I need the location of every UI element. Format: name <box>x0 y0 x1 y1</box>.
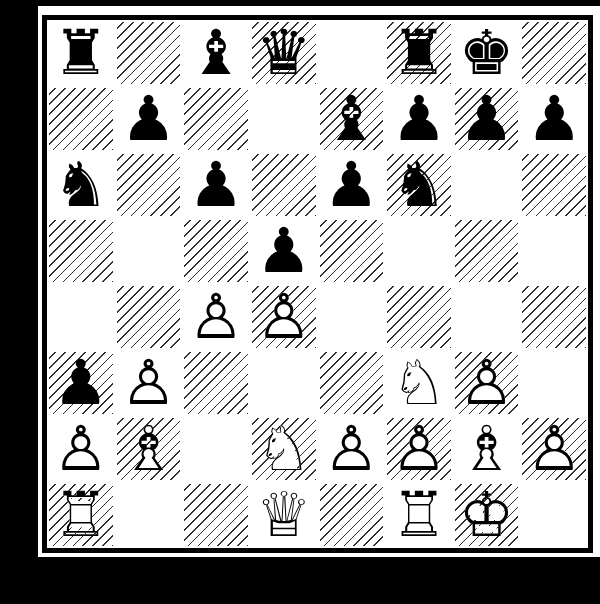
piece-white-pawn-f2[interactable]: ♙ <box>391 416 447 482</box>
square-d8[interactable]: ♛ <box>250 20 318 86</box>
piece-black-knight-a6[interactable]: ♞ <box>53 152 109 218</box>
square-h2[interactable]: ♟♙ <box>520 416 588 482</box>
square-e8[interactable] <box>318 20 386 86</box>
square-e2[interactable]: ♟♙ <box>318 416 386 482</box>
piece-white-queen-d1[interactable]: ♕ <box>256 482 312 548</box>
square-b8[interactable] <box>115 20 183 86</box>
square-g8[interactable]: ♚ <box>453 20 521 86</box>
piece-black-rook-a8[interactable]: ♜ <box>53 20 109 86</box>
square-h1[interactable] <box>520 482 588 548</box>
square-a7[interactable] <box>47 86 115 152</box>
square-e6[interactable]: ♟ <box>318 152 386 218</box>
square-c5[interactable] <box>182 218 250 284</box>
piece-white-pawn-d4[interactable]: ♙ <box>256 284 312 350</box>
piece-white-pawn-a2[interactable]: ♙ <box>53 416 109 482</box>
square-a1[interactable]: ♜♖ <box>47 482 115 548</box>
square-c2[interactable] <box>182 416 250 482</box>
square-c3[interactable] <box>182 350 250 416</box>
square-f8[interactable]: ♜ <box>385 20 453 86</box>
square-g2[interactable]: ♝♗ <box>453 416 521 482</box>
square-h6[interactable] <box>520 152 588 218</box>
piece-white-knight-d2[interactable]: ♘ <box>256 416 312 482</box>
board-frame: ♜♝♛♜♚♟♝♟♟♟♞♟♟♞♟♟♙♟♙♟♟♙♞♘♟♙♟♙♝♗♞♘♟♙♟♙♝♗♟♙… <box>42 15 593 553</box>
square-g6[interactable] <box>453 152 521 218</box>
square-b6[interactable] <box>115 152 183 218</box>
piece-white-pawn-h2[interactable]: ♙ <box>526 416 582 482</box>
square-h3[interactable] <box>520 350 588 416</box>
piece-white-rook-a1[interactable]: ♖ <box>53 482 109 548</box>
piece-white-bishop-b2[interactable]: ♗ <box>121 416 177 482</box>
piece-black-bishop-c8[interactable]: ♝ <box>188 20 244 86</box>
square-f4[interactable] <box>385 284 453 350</box>
square-f6[interactable]: ♞ <box>385 152 453 218</box>
square-a6[interactable]: ♞ <box>47 152 115 218</box>
piece-white-king-g1[interactable]: ♔ <box>459 482 515 548</box>
square-g3[interactable]: ♟♙ <box>453 350 521 416</box>
square-b5[interactable] <box>115 218 183 284</box>
square-f7[interactable]: ♟ <box>385 86 453 152</box>
square-f3[interactable]: ♞♘ <box>385 350 453 416</box>
square-c1[interactable] <box>182 482 250 548</box>
piece-black-pawn-a3[interactable]: ♟ <box>53 350 109 416</box>
square-h8[interactable] <box>520 20 588 86</box>
square-c6[interactable]: ♟ <box>182 152 250 218</box>
piece-black-pawn-d5[interactable]: ♟ <box>256 218 312 284</box>
square-c7[interactable] <box>182 86 250 152</box>
square-a2[interactable]: ♟♙ <box>47 416 115 482</box>
piece-white-pawn-e2[interactable]: ♙ <box>324 416 380 482</box>
square-f2[interactable]: ♟♙ <box>385 416 453 482</box>
piece-black-rook-f8[interactable]: ♜ <box>391 20 447 86</box>
chess-board[interactable]: ♜♝♛♜♚♟♝♟♟♟♞♟♟♞♟♟♙♟♙♟♟♙♞♘♟♙♟♙♝♗♞♘♟♙♟♙♝♗♟♙… <box>47 20 588 548</box>
square-g7[interactable]: ♟ <box>453 86 521 152</box>
piece-white-bishop-g2[interactable]: ♗ <box>459 416 515 482</box>
piece-black-queen-d8[interactable]: ♛ <box>256 20 312 86</box>
square-e7[interactable]: ♝ <box>318 86 386 152</box>
square-b3[interactable]: ♟♙ <box>115 350 183 416</box>
square-g1[interactable]: ♚♔ <box>453 482 521 548</box>
square-d5[interactable]: ♟ <box>250 218 318 284</box>
piece-black-knight-f6[interactable]: ♞ <box>391 152 447 218</box>
square-d2[interactable]: ♞♘ <box>250 416 318 482</box>
piece-white-knight-f3[interactable]: ♘ <box>391 350 447 416</box>
square-a3[interactable]: ♟ <box>47 350 115 416</box>
square-g5[interactable] <box>453 218 521 284</box>
page-background: ♜♝♛♜♚♟♝♟♟♟♞♟♟♞♟♟♙♟♙♟♟♙♞♘♟♙♟♙♝♗♞♘♟♙♟♙♝♗♟♙… <box>0 0 600 604</box>
square-b7[interactable]: ♟ <box>115 86 183 152</box>
square-d4[interactable]: ♟♙ <box>250 284 318 350</box>
piece-black-king-g8[interactable]: ♚ <box>459 20 515 86</box>
square-h4[interactable] <box>520 284 588 350</box>
square-d1[interactable]: ♛♕ <box>250 482 318 548</box>
piece-black-pawn-h7[interactable]: ♟ <box>526 86 582 152</box>
piece-black-pawn-e6[interactable]: ♟ <box>324 152 380 218</box>
square-f5[interactable] <box>385 218 453 284</box>
piece-black-bishop-e7[interactable]: ♝ <box>324 86 380 152</box>
square-d6[interactable] <box>250 152 318 218</box>
piece-black-pawn-b7[interactable]: ♟ <box>121 86 177 152</box>
square-e1[interactable] <box>318 482 386 548</box>
square-e5[interactable] <box>318 218 386 284</box>
piece-white-pawn-g3[interactable]: ♙ <box>459 350 515 416</box>
board-panel: ♜♝♛♜♚♟♝♟♟♟♞♟♟♞♟♟♙♟♙♟♟♙♞♘♟♙♟♙♝♗♞♘♟♙♟♙♝♗♟♙… <box>38 6 600 557</box>
square-a8[interactable]: ♜ <box>47 20 115 86</box>
square-c4[interactable]: ♟♙ <box>182 284 250 350</box>
piece-white-rook-f1[interactable]: ♖ <box>391 482 447 548</box>
square-f1[interactable]: ♜♖ <box>385 482 453 548</box>
square-e3[interactable] <box>318 350 386 416</box>
square-d7[interactable] <box>250 86 318 152</box>
square-b4[interactable] <box>115 284 183 350</box>
square-e4[interactable] <box>318 284 386 350</box>
square-h5[interactable] <box>520 218 588 284</box>
square-d3[interactable] <box>250 350 318 416</box>
piece-white-pawn-c4[interactable]: ♙ <box>188 284 244 350</box>
square-a5[interactable] <box>47 218 115 284</box>
piece-black-pawn-g7[interactable]: ♟ <box>459 86 515 152</box>
square-b1[interactable] <box>115 482 183 548</box>
piece-black-pawn-c6[interactable]: ♟ <box>188 152 244 218</box>
piece-black-pawn-f7[interactable]: ♟ <box>391 86 447 152</box>
piece-white-pawn-b3[interactable]: ♙ <box>121 350 177 416</box>
square-a4[interactable] <box>47 284 115 350</box>
square-b2[interactable]: ♝♗ <box>115 416 183 482</box>
square-h7[interactable]: ♟ <box>520 86 588 152</box>
square-c8[interactable]: ♝ <box>182 20 250 86</box>
square-g4[interactable] <box>453 284 521 350</box>
